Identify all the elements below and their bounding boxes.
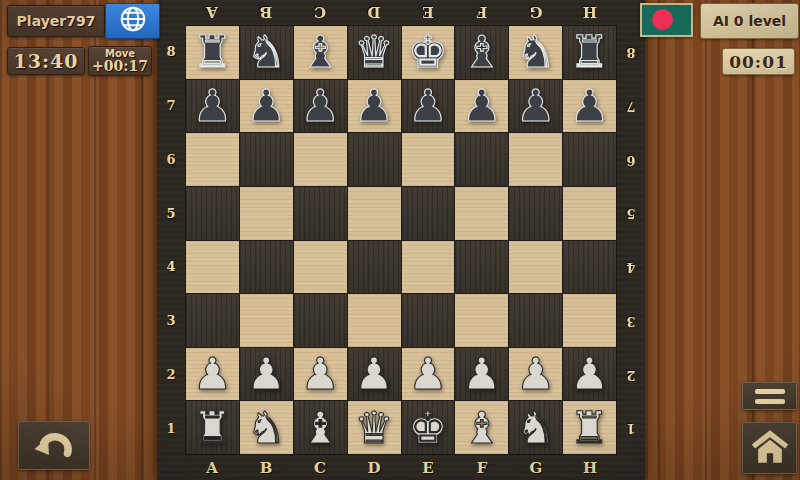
square-g2[interactable]: ♟: [509, 348, 562, 401]
white-pawn: ♟: [247, 352, 286, 396]
square-d7[interactable]: ♟: [348, 80, 401, 133]
square-h7[interactable]: ♟: [563, 80, 616, 133]
player-name-panel: Player797: [7, 5, 105, 37]
square-b2[interactable]: ♟: [240, 348, 293, 401]
square-d1[interactable]: ♛: [348, 401, 401, 454]
file-labels-top: ABCDEFGH: [185, 0, 617, 25]
white-pawn: ♟: [570, 352, 609, 396]
file-label-h: H: [563, 0, 617, 25]
square-g7[interactable]: ♟: [509, 80, 562, 133]
black-knight: ♞: [247, 30, 286, 74]
square-a2[interactable]: ♟: [186, 348, 239, 401]
square-d4[interactable]: [348, 241, 401, 294]
square-c1[interactable]: ♝: [294, 401, 347, 454]
white-rook: ♜: [193, 406, 232, 450]
black-pawn: ♟: [300, 84, 339, 128]
square-c5[interactable]: [294, 187, 347, 240]
black-pawn: ♟: [462, 84, 501, 128]
ai-clock-value: 00:01: [729, 52, 788, 72]
globe-icon: [119, 5, 147, 37]
file-label-d: D: [347, 455, 401, 480]
rank-label-4: 4: [617, 240, 645, 294]
black-pawn: ♟: [247, 84, 286, 128]
menu-bar-icon: [755, 389, 785, 394]
square-a3[interactable]: [186, 294, 239, 347]
square-f7[interactable]: ♟: [455, 80, 508, 133]
square-f6[interactable]: [455, 133, 508, 186]
black-knight: ♞: [516, 30, 555, 74]
player-name: Player797: [17, 13, 96, 29]
square-f1[interactable]: ♝: [455, 401, 508, 454]
white-bishop: ♝: [300, 406, 339, 450]
white-pawn: ♟: [300, 352, 339, 396]
square-g1[interactable]: ♞: [509, 401, 562, 454]
square-h5[interactable]: [563, 187, 616, 240]
ai-clock: 00:01: [722, 48, 795, 75]
black-bishop: ♝: [300, 30, 339, 74]
file-label-b: B: [239, 0, 293, 25]
rank-label-2: 2: [617, 348, 645, 402]
square-e3[interactable]: [402, 294, 455, 347]
white-queen: ♛: [354, 406, 393, 450]
menu-button[interactable]: [742, 382, 797, 410]
undo-button[interactable]: [18, 421, 90, 470]
ai-level-label: AI 0 level: [713, 13, 786, 29]
white-pawn: ♟: [462, 352, 501, 396]
undo-arrow-icon: [32, 426, 76, 466]
rank-label-5: 5: [617, 186, 645, 240]
square-a8[interactable]: ♜: [186, 26, 239, 79]
rank-label-1: 1: [157, 401, 185, 455]
square-h4[interactable]: [563, 241, 616, 294]
square-e7[interactable]: ♟: [402, 80, 455, 133]
black-bishop: ♝: [462, 30, 501, 74]
globe-button[interactable]: [105, 3, 160, 39]
black-pawn: ♟: [193, 84, 232, 128]
square-e5[interactable]: [402, 187, 455, 240]
white-pawn: ♟: [408, 352, 447, 396]
flag-circle: [652, 9, 673, 30]
square-a5[interactable]: [186, 187, 239, 240]
square-c2[interactable]: ♟: [294, 348, 347, 401]
square-e6[interactable]: [402, 133, 455, 186]
square-e2[interactable]: ♟: [402, 348, 455, 401]
square-b3[interactable]: [240, 294, 293, 347]
file-label-c: C: [293, 0, 347, 25]
file-label-g: G: [509, 0, 563, 25]
rank-label-8: 8: [157, 25, 185, 79]
square-d5[interactable]: [348, 187, 401, 240]
square-g6[interactable]: [509, 133, 562, 186]
file-labels-bottom: ABCDEFGH: [185, 455, 617, 480]
file-label-g: G: [509, 455, 563, 480]
move-increment-value: +00:17: [92, 59, 148, 73]
menu-bar-icon: [755, 399, 785, 404]
black-pawn: ♟: [354, 84, 393, 128]
square-d6[interactable]: [348, 133, 401, 186]
rank-label-5: 5: [157, 186, 185, 240]
black-king: ♚: [408, 30, 447, 74]
square-h2[interactable]: ♟: [563, 348, 616, 401]
rank-label-6: 6: [617, 133, 645, 187]
black-pawn: ♟: [570, 84, 609, 128]
square-a4[interactable]: [186, 241, 239, 294]
file-label-h: H: [563, 455, 617, 480]
rank-label-1: 1: [617, 401, 645, 455]
rank-labels-right: 87654321: [617, 25, 645, 455]
square-c4[interactable]: [294, 241, 347, 294]
square-g5[interactable]: [509, 187, 562, 240]
white-bishop: ♝: [462, 406, 501, 450]
rank-label-4: 4: [157, 240, 185, 294]
white-knight: ♞: [516, 406, 555, 450]
white-rook: ♜: [570, 406, 609, 450]
ai-level-panel: AI 0 level: [700, 3, 799, 39]
rank-label-6: 6: [157, 133, 185, 187]
rank-label-7: 7: [157, 79, 185, 133]
file-label-d: D: [347, 0, 401, 25]
square-a7[interactable]: ♟: [186, 80, 239, 133]
black-rook: ♜: [570, 30, 609, 74]
square-d3[interactable]: [348, 294, 401, 347]
file-label-e: E: [401, 455, 455, 480]
square-f8[interactable]: ♝: [455, 26, 508, 79]
home-icon: [751, 428, 789, 468]
square-h8[interactable]: ♜: [563, 26, 616, 79]
square-h6[interactable]: [563, 133, 616, 186]
square-a6[interactable]: [186, 133, 239, 186]
square-b8[interactable]: ♞: [240, 26, 293, 79]
square-b5[interactable]: [240, 187, 293, 240]
square-c8[interactable]: ♝: [294, 26, 347, 79]
rank-labels-left: 87654321: [157, 25, 185, 455]
square-g3[interactable]: [509, 294, 562, 347]
black-pawn: ♟: [516, 84, 555, 128]
square-g4[interactable]: [509, 241, 562, 294]
file-label-a: A: [185, 455, 239, 480]
chess-board: ABCDEFGH ABCDEFGH 87654321 87654321 ♜♞♝♛…: [157, 0, 645, 480]
player-clock-value: 13:40: [14, 50, 79, 72]
rank-label-3: 3: [157, 294, 185, 348]
square-b7[interactable]: ♟: [240, 80, 293, 133]
white-king: ♚: [408, 406, 447, 450]
white-knight: ♞: [247, 406, 286, 450]
square-b6[interactable]: [240, 133, 293, 186]
rank-label-7: 7: [617, 79, 645, 133]
square-a1[interactable]: ♜: [186, 401, 239, 454]
rank-label-2: 2: [157, 348, 185, 402]
square-c6[interactable]: [294, 133, 347, 186]
square-e8[interactable]: ♚: [402, 26, 455, 79]
square-c3[interactable]: [294, 294, 347, 347]
square-f3[interactable]: [455, 294, 508, 347]
move-increment-panel: Move +00:17: [88, 46, 152, 76]
square-f4[interactable]: [455, 241, 508, 294]
black-pawn: ♟: [408, 84, 447, 128]
square-b4[interactable]: [240, 241, 293, 294]
black-queen: ♛: [354, 30, 393, 74]
file-label-a: A: [185, 0, 239, 25]
square-f2[interactable]: ♟: [455, 348, 508, 401]
square-e4[interactable]: [402, 241, 455, 294]
file-label-e: E: [401, 0, 455, 25]
bangladesh-flag: [640, 3, 693, 37]
black-rook: ♜: [193, 30, 232, 74]
square-b1[interactable]: ♞: [240, 401, 293, 454]
file-label-f: F: [455, 0, 509, 25]
white-pawn: ♟: [354, 352, 393, 396]
square-f5[interactable]: [455, 187, 508, 240]
file-label-b: B: [239, 455, 293, 480]
square-g8[interactable]: ♞: [509, 26, 562, 79]
square-e1[interactable]: ♚: [402, 401, 455, 454]
square-c7[interactable]: ♟: [294, 80, 347, 133]
file-label-f: F: [455, 455, 509, 480]
square-h3[interactable]: [563, 294, 616, 347]
square-d2[interactable]: ♟: [348, 348, 401, 401]
board-squares: ♜♞♝♛♚♝♞♜♟♟♟♟♟♟♟♟♟♟♟♟♟♟♟♟♜♞♝♛♚♝♞♜: [185, 25, 617, 455]
square-h1[interactable]: ♜: [563, 401, 616, 454]
rank-label-3: 3: [617, 294, 645, 348]
square-d8[interactable]: ♛: [348, 26, 401, 79]
file-label-c: C: [293, 455, 347, 480]
player-clock: 13:40: [7, 47, 85, 75]
home-button[interactable]: [742, 422, 797, 474]
white-pawn: ♟: [516, 352, 555, 396]
white-pawn: ♟: [193, 352, 232, 396]
